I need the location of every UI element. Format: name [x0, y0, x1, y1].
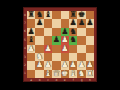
square-b1[interactable]	[35, 70, 43, 78]
piece-white-pawn: ♟	[44, 44, 51, 52]
square-c5[interactable]	[44, 36, 52, 44]
square-e1[interactable]: ♚	[61, 70, 69, 78]
piece-white-pawn: ♟	[70, 61, 77, 69]
square-b6[interactable]	[35, 28, 43, 36]
square-e8[interactable]	[61, 11, 69, 19]
rank-label-6: 6	[24, 28, 27, 36]
app-background: ♜♞♝♜♚♟♟♟♟♟♟♞♝♟♟♞♟♟♟♞♟♟♟♟♟♟♝♛♚♝♞♜ abcdefg…	[0, 0, 120, 90]
square-e6[interactable]: ♟	[61, 28, 69, 36]
rank-label-2: 2	[24, 61, 27, 69]
rank-label-3: 3	[24, 53, 27, 61]
square-d2[interactable]	[52, 61, 60, 69]
square-b5[interactable]	[35, 36, 43, 44]
piece-white-knight: ♞	[78, 69, 85, 77]
piece-black-pawn: ♟	[86, 19, 93, 27]
square-d6[interactable]	[52, 28, 60, 36]
piece-black-knight: ♞	[70, 36, 77, 44]
square-c8[interactable]: ♝	[44, 11, 52, 19]
square-f2[interactable]: ♟	[69, 61, 77, 69]
square-b3[interactable]: ♞	[35, 53, 43, 61]
file-label-g: g	[77, 79, 85, 82]
file-label-a: a	[27, 79, 35, 82]
piece-black-rook: ♜	[28, 11, 35, 19]
rank-label-4: 4	[24, 45, 27, 53]
square-a5[interactable]: ♝	[27, 36, 35, 44]
square-g4[interactable]	[77, 45, 85, 53]
square-g6[interactable]	[77, 28, 85, 36]
square-a2[interactable]	[27, 61, 35, 69]
piece-black-pawn: ♟	[70, 19, 77, 27]
piece-black-king: ♚	[78, 11, 85, 19]
square-h2[interactable]: ♟	[86, 61, 94, 69]
square-d5[interactable]: ♟	[52, 36, 60, 44]
square-d8[interactable]	[52, 11, 60, 19]
square-g2[interactable]: ♟	[77, 61, 85, 69]
square-c6[interactable]	[44, 28, 52, 36]
piece-white-pawn: ♟	[78, 61, 85, 69]
square-g5[interactable]	[77, 36, 85, 44]
square-g8[interactable]: ♚	[77, 11, 85, 19]
file-label-c: c	[44, 79, 52, 82]
square-g7[interactable]: ♟	[77, 19, 85, 27]
piece-white-pawn: ♟	[36, 61, 43, 69]
rank-label-8: 8	[24, 11, 27, 19]
piece-white-pawn: ♟	[61, 44, 68, 52]
square-d1[interactable]: ♛	[52, 70, 60, 78]
square-b8[interactable]: ♞	[35, 11, 43, 19]
piece-white-rook: ♜	[86, 69, 93, 77]
piece-white-pawn: ♟	[28, 44, 35, 52]
square-a6[interactable]: ♟	[27, 28, 35, 36]
square-a4[interactable]: ♟	[27, 45, 35, 53]
square-f7[interactable]: ♟	[69, 19, 77, 27]
square-h1[interactable]: ♜	[86, 70, 94, 78]
square-d3[interactable]	[52, 53, 60, 61]
square-a8[interactable]: ♜	[27, 11, 35, 19]
file-label-h: h	[86, 79, 94, 82]
piece-black-pawn: ♟	[61, 27, 68, 35]
square-f3[interactable]	[69, 53, 77, 61]
piece-white-pawn: ♟	[61, 36, 68, 44]
square-a1[interactable]	[27, 70, 35, 78]
square-b7[interactable]: ♟	[35, 19, 43, 27]
square-c7[interactable]	[44, 19, 52, 27]
square-f4[interactable]	[69, 45, 77, 53]
square-c4[interactable]: ♟	[44, 45, 52, 53]
piece-white-queen: ♛	[53, 69, 60, 77]
file-label-e: e	[61, 79, 69, 82]
square-d4[interactable]	[52, 45, 60, 53]
piece-white-bishop: ♝	[70, 69, 77, 77]
square-d7[interactable]	[52, 19, 60, 27]
square-g1[interactable]: ♞	[77, 70, 85, 78]
piece-black-knight: ♞	[36, 11, 43, 19]
piece-black-pawn: ♟	[53, 36, 60, 44]
rank-label-7: 7	[24, 19, 27, 27]
square-h3[interactable]	[86, 53, 94, 61]
piece-white-bishop: ♝	[44, 69, 51, 77]
piece-black-knight: ♞	[70, 27, 77, 35]
square-b2[interactable]: ♟	[35, 61, 43, 69]
square-f8[interactable]: ♜	[69, 11, 77, 19]
square-e4[interactable]: ♟	[61, 45, 69, 53]
square-f1[interactable]: ♝	[69, 70, 77, 78]
square-f5[interactable]: ♞	[69, 36, 77, 44]
piece-black-rook: ♜	[70, 11, 77, 19]
chess-board[interactable]: ♜♞♝♜♚♟♟♟♟♟♟♞♝♟♟♞♟♟♟♞♟♟♟♟♟♟♝♛♚♝♞♜	[27, 11, 94, 78]
square-a3[interactable]	[27, 53, 35, 61]
square-f6[interactable]: ♞	[69, 28, 77, 36]
square-h5[interactable]	[86, 36, 94, 44]
piece-black-pawn: ♟	[36, 19, 43, 27]
piece-white-pawn: ♟	[44, 61, 51, 69]
square-h6[interactable]	[86, 28, 94, 36]
square-c1[interactable]: ♝	[44, 70, 52, 78]
piece-white-knight: ♞	[36, 53, 43, 61]
square-g3[interactable]	[77, 53, 85, 61]
piece-white-king: ♚	[61, 69, 68, 77]
square-b4[interactable]	[35, 45, 43, 53]
square-e7[interactable]	[61, 19, 69, 27]
square-c2[interactable]: ♟	[44, 61, 52, 69]
square-c3[interactable]	[44, 53, 52, 61]
piece-black-bishop: ♝	[44, 11, 51, 19]
piece-white-pawn: ♟	[61, 61, 68, 69]
rank-label-1: 1	[24, 70, 27, 78]
square-h7[interactable]: ♟	[86, 19, 94, 27]
square-e3[interactable]	[61, 53, 69, 61]
piece-black-bishop: ♝	[28, 36, 35, 44]
square-e5[interactable]: ♟	[61, 36, 69, 44]
square-h4[interactable]	[86, 45, 94, 53]
file-label-b: b	[35, 79, 43, 82]
piece-white-pawn: ♟	[86, 61, 93, 69]
piece-black-pawn: ♟	[28, 27, 35, 35]
piece-black-pawn: ♟	[78, 19, 85, 27]
file-label-f: f	[69, 79, 77, 82]
square-e2[interactable]: ♟	[61, 61, 69, 69]
rank-label-5: 5	[24, 36, 27, 44]
file-label-d: d	[52, 79, 60, 82]
square-h8[interactable]	[86, 11, 94, 19]
square-a7[interactable]	[27, 19, 35, 27]
